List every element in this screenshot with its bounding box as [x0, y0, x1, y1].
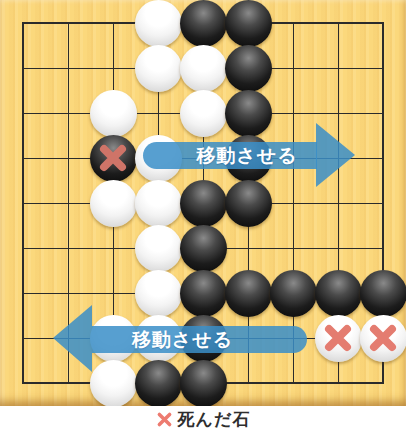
- go-diagram: 移動させる 移動させる 死んだ石: [0, 0, 406, 432]
- black-stone: [360, 270, 406, 317]
- white-stone: [135, 135, 182, 182]
- white-stone: [90, 315, 137, 362]
- white-stone: [135, 270, 182, 317]
- white-stone: [135, 45, 182, 92]
- black-stone: [135, 360, 182, 407]
- black-stone: [225, 0, 272, 47]
- white-stone: [180, 90, 227, 137]
- legend: 死んだ石: [0, 407, 406, 432]
- dead-white-stone: [315, 315, 362, 362]
- dead-black-stone: [90, 135, 137, 182]
- black-stone: [180, 270, 227, 317]
- dead-stone-x-icon: [156, 411, 173, 428]
- black-stone: [180, 180, 227, 227]
- go-board: 移動させる 移動させる: [0, 0, 406, 406]
- black-stone: [225, 270, 272, 317]
- white-stone: [180, 45, 227, 92]
- white-stone: [135, 315, 182, 362]
- white-stone: [90, 90, 137, 137]
- black-stone: [225, 45, 272, 92]
- x-mark-icon: [97, 142, 129, 174]
- stones-layer: [1, 1, 406, 406]
- white-stone: [135, 180, 182, 227]
- black-stone: [225, 135, 272, 182]
- black-stone: [315, 270, 362, 317]
- legend-label: 死んだ石: [178, 408, 251, 431]
- x-mark-icon: [322, 322, 354, 354]
- black-stone: [180, 0, 227, 47]
- dead-white-stone: [360, 315, 406, 362]
- black-stone: [180, 315, 227, 362]
- white-stone: [90, 360, 137, 407]
- black-stone: [180, 225, 227, 272]
- x-mark-icon: [367, 322, 399, 354]
- white-stone: [135, 0, 182, 47]
- black-stone: [225, 180, 272, 227]
- white-stone: [90, 180, 137, 227]
- black-stone: [225, 90, 272, 137]
- white-stone: [135, 225, 182, 272]
- black-stone: [180, 360, 227, 407]
- black-stone: [270, 270, 317, 317]
